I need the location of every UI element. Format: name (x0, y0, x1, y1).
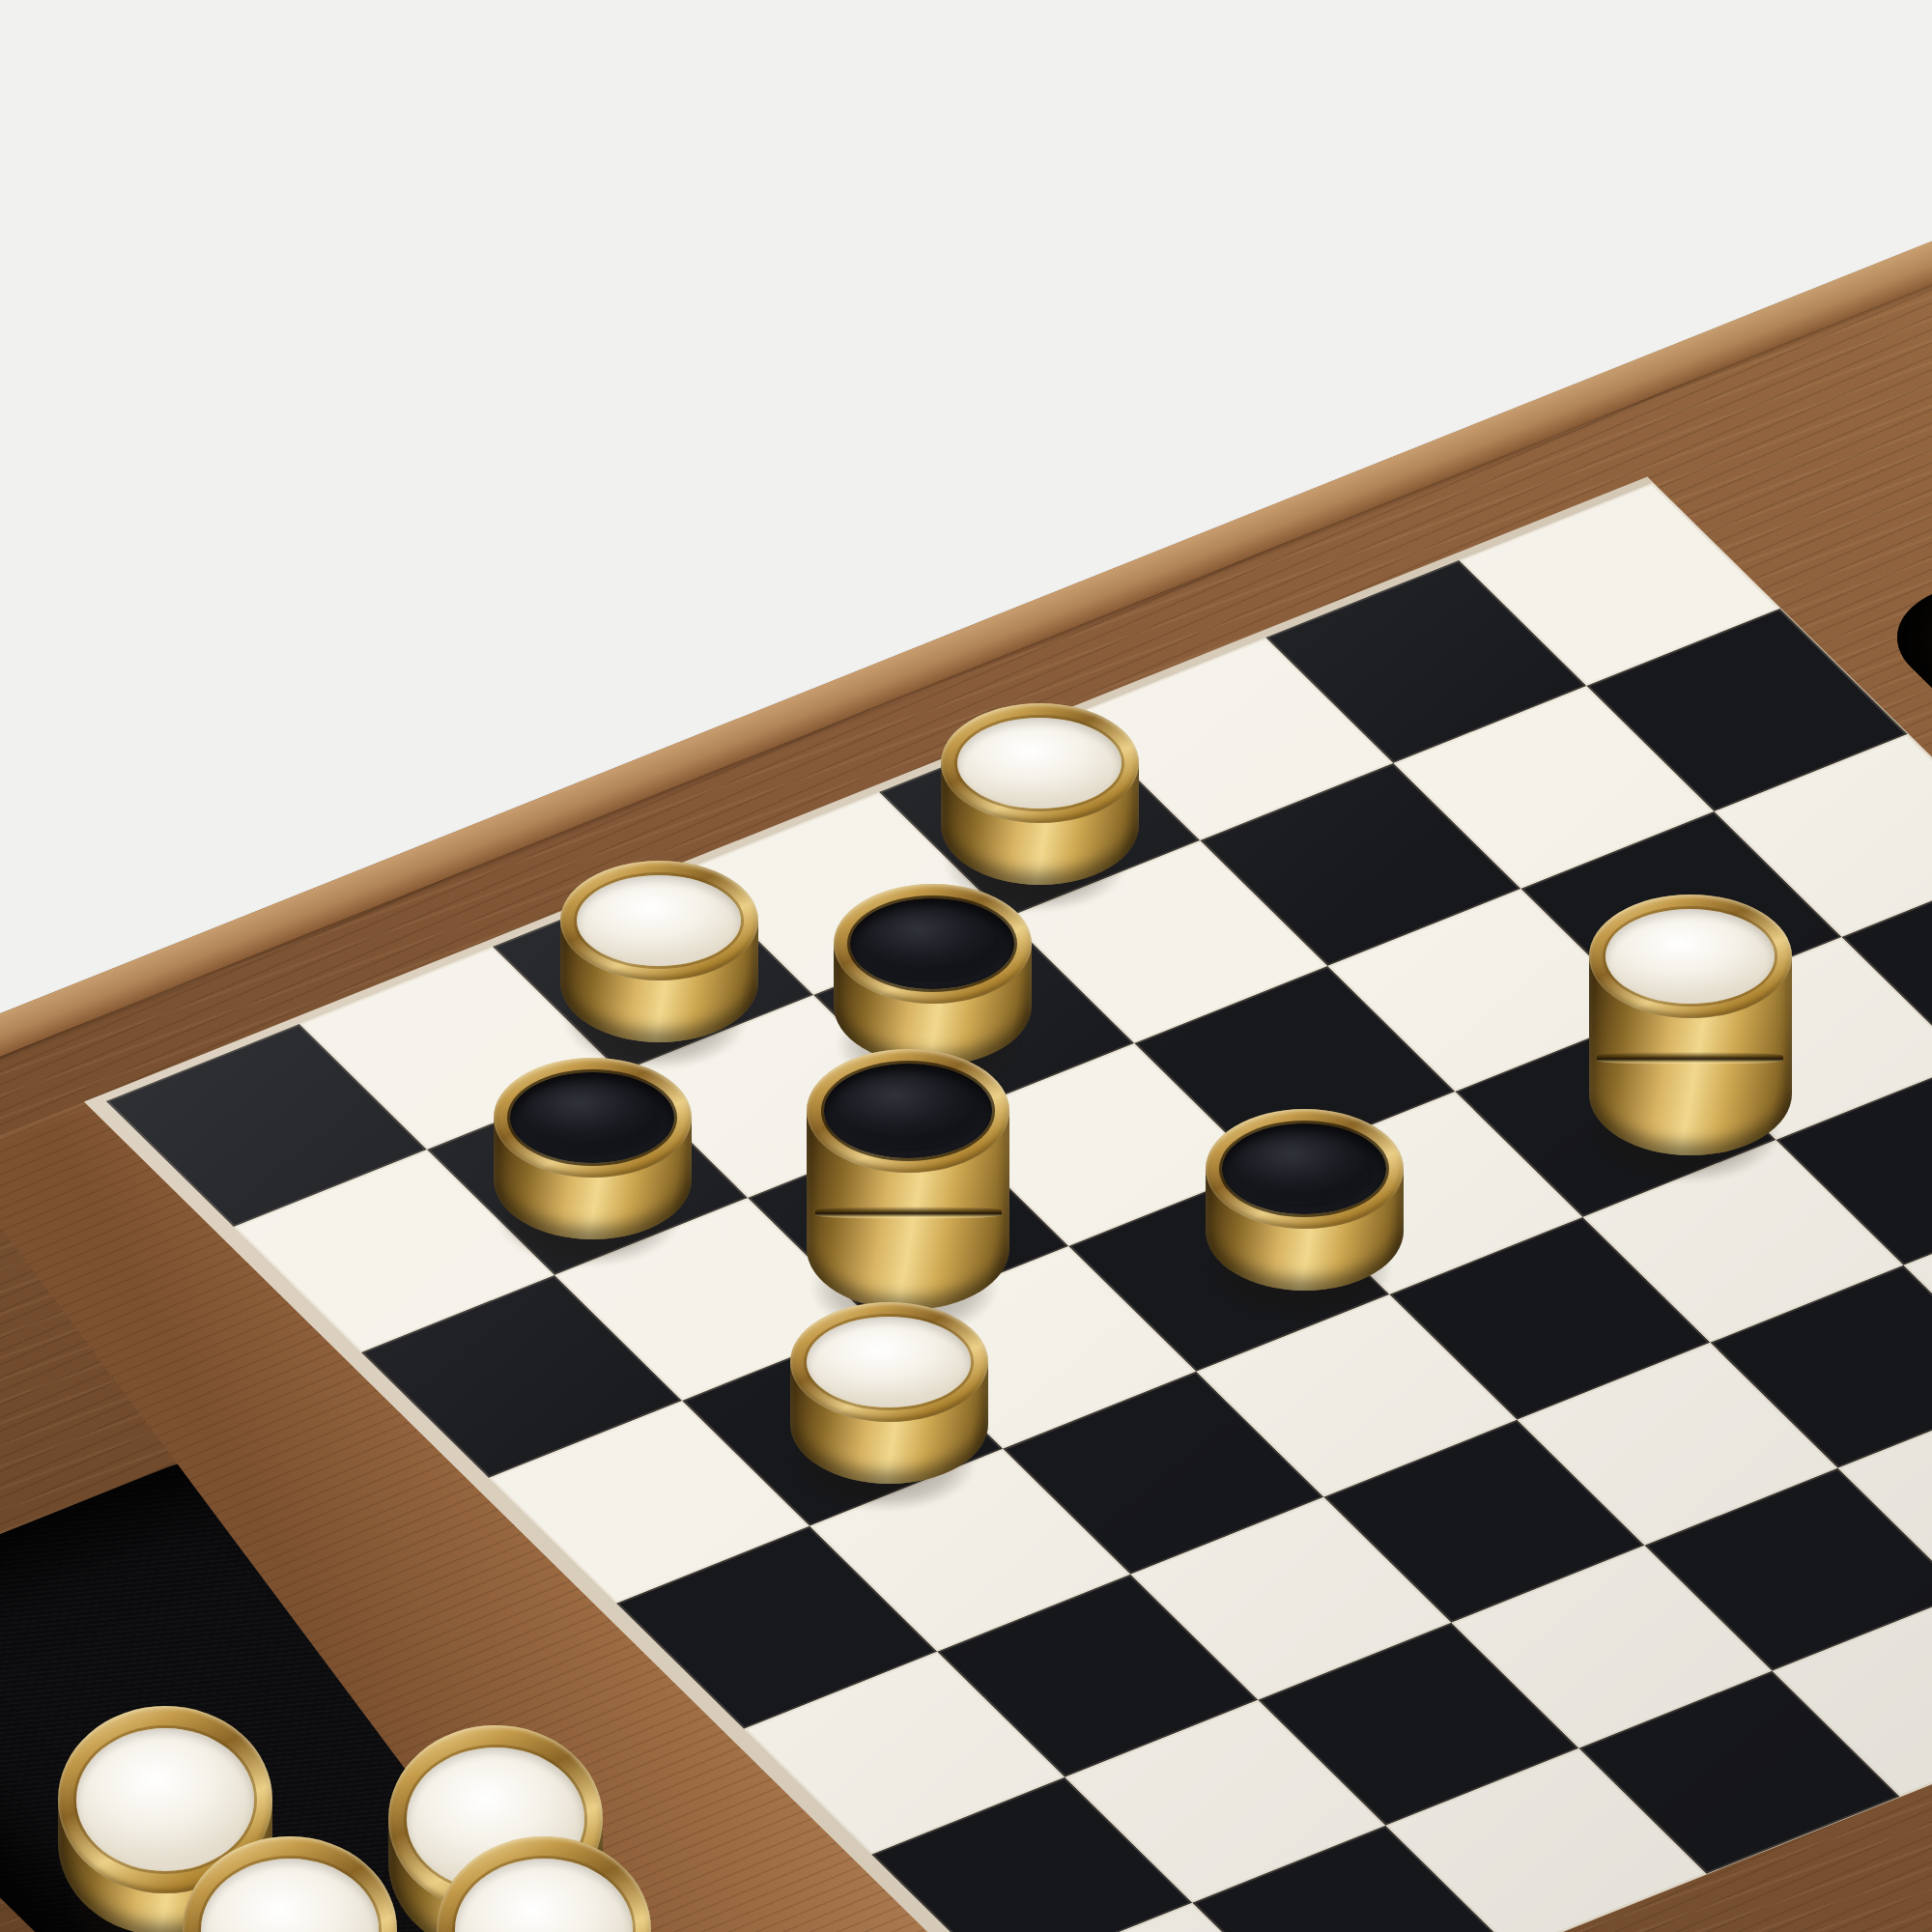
white-leather-inlay (577, 875, 741, 966)
brass-rim-face (807, 1049, 1009, 1173)
checker-black-man-d4[interactable] (1206, 1109, 1404, 1291)
black-leather-inlay (850, 898, 1014, 989)
checker-white-king-g3[interactable] (1589, 895, 1792, 1155)
checker-white-man-b4[interactable] (790, 1302, 988, 1484)
black-leather-inlay (824, 1064, 992, 1157)
brass-rim-face (1589, 895, 1792, 1018)
white-leather-inlay (201, 1859, 379, 1932)
brass-rim-face (560, 861, 758, 980)
stacked-seam (815, 1207, 1002, 1219)
white-leather-inlay (455, 1859, 633, 1932)
white-leather-inlay (957, 718, 1122, 809)
brass-rim-face (183, 1836, 397, 1932)
brass-rim-face (437, 1836, 651, 1932)
brass-rim-face (790, 1302, 988, 1422)
checker-black-king-c3[interactable] (807, 1049, 1009, 1310)
tray-checker-white-man[interactable] (437, 1836, 651, 1932)
white-leather-inlay (807, 1317, 971, 1407)
checker-black-man-b2[interactable] (494, 1058, 692, 1239)
checker-white-man-c1[interactable] (560, 861, 758, 1042)
brass-rim-face (941, 703, 1139, 823)
checker-white-man-e1[interactable] (941, 703, 1139, 885)
brass-rim-face (1206, 1109, 1404, 1229)
white-leather-inlay (1605, 909, 1774, 1003)
checker-black-man-d2[interactable] (834, 884, 1032, 1065)
brass-rim-face (494, 1058, 692, 1178)
black-leather-inlay (510, 1072, 674, 1163)
scene (0, 0, 1932, 1932)
brass-rim-face (834, 884, 1032, 1004)
black-leather-inlay (1222, 1123, 1386, 1214)
tray-checker-white-man[interactable] (183, 1836, 397, 1932)
stacked-seam (1597, 1052, 1783, 1065)
